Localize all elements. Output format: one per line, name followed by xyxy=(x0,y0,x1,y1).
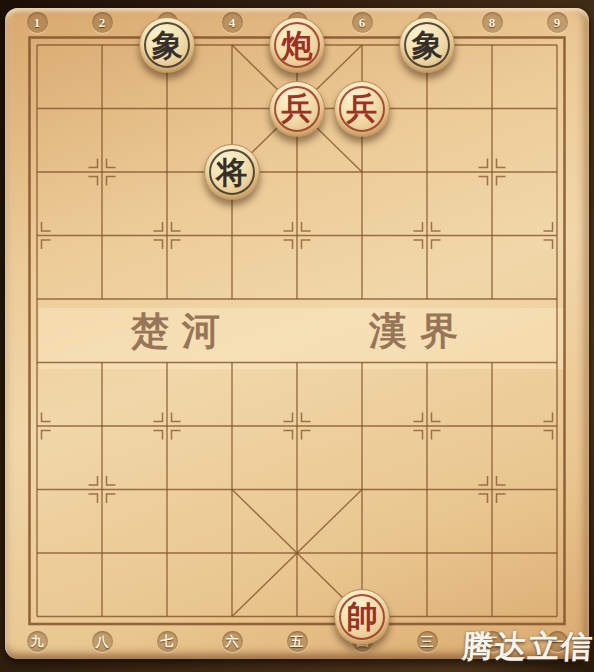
piece-glyph: 象 xyxy=(400,18,454,72)
red-cannon[interactable]: 炮 xyxy=(269,17,325,73)
red-general[interactable]: 帥 xyxy=(334,589,390,645)
xiangqi-app: 123456789 楚河 漢界 象炮象兵兵将帥 九八七六五四三二一 腾达立信 xyxy=(0,0,594,672)
file-label-bottom: 九 xyxy=(27,631,48,652)
watermark: 腾达立信 xyxy=(461,626,594,668)
piece-glyph: 兵 xyxy=(270,82,324,136)
file-label-top: 4 xyxy=(222,12,243,33)
river-text-right: 漢界 xyxy=(369,311,471,351)
file-label-bottom: 八 xyxy=(92,631,113,652)
file-label-top: 6 xyxy=(352,12,373,33)
river-text-left: 楚河 xyxy=(131,311,233,351)
file-label-bottom: 七 xyxy=(157,631,178,652)
piece-glyph: 兵 xyxy=(335,82,389,136)
piece-glyph: 将 xyxy=(205,145,259,199)
black-general[interactable]: 将 xyxy=(204,144,260,200)
piece-glyph: 象 xyxy=(140,18,194,72)
file-label-top: 8 xyxy=(482,12,503,33)
file-label-bottom: 三 xyxy=(417,631,438,652)
piece-glyph: 炮 xyxy=(270,18,324,72)
black-elephant[interactable]: 象 xyxy=(399,17,455,73)
file-label-top: 9 xyxy=(547,12,568,33)
piece-glyph: 帥 xyxy=(335,590,389,644)
file-label-top: 1 xyxy=(27,12,48,33)
black-elephant[interactable]: 象 xyxy=(139,17,195,73)
file-label-bottom: 六 xyxy=(222,631,243,652)
file-label-bottom: 五 xyxy=(287,631,308,652)
red-soldier[interactable]: 兵 xyxy=(269,81,325,137)
red-soldier[interactable]: 兵 xyxy=(334,81,390,137)
file-label-top: 2 xyxy=(92,12,113,33)
